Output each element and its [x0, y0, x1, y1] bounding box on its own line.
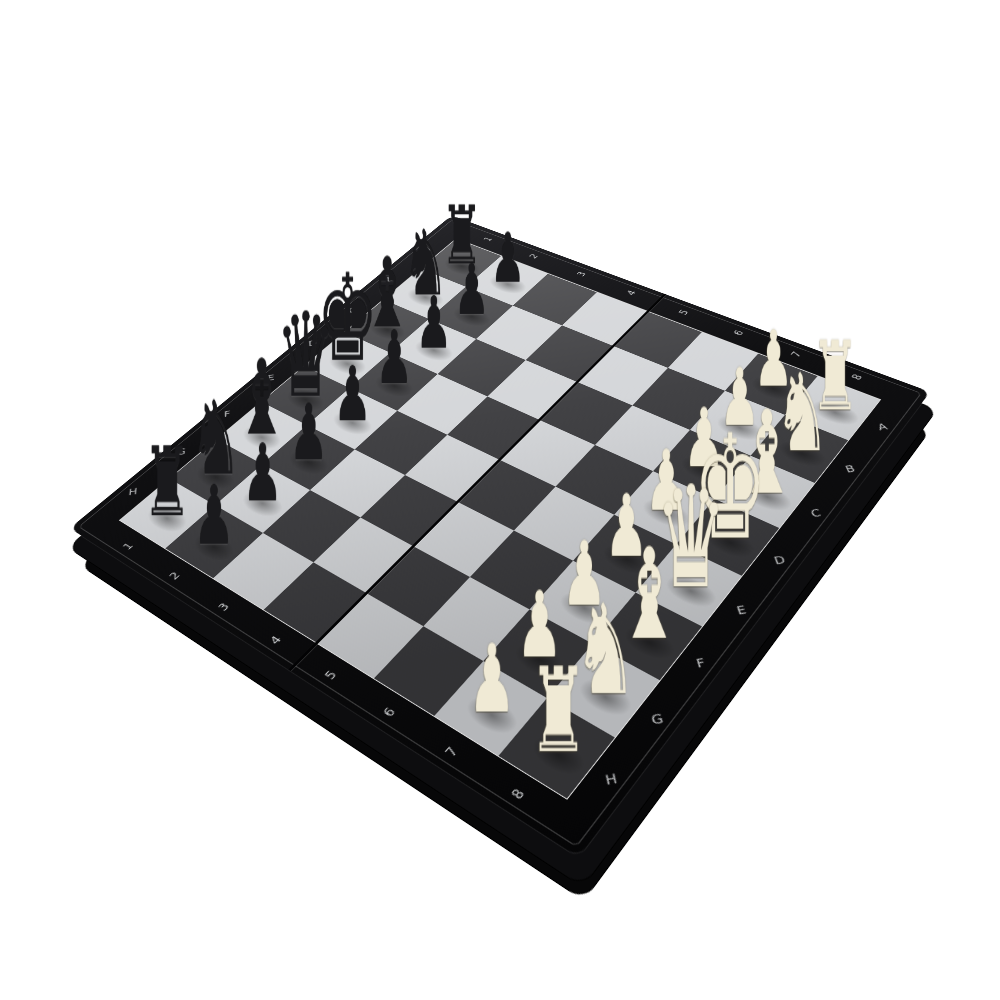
file-label-far-c: C	[348, 307, 356, 315]
file-label-far-h: H	[128, 487, 137, 497]
file-label-far-e: E	[267, 374, 274, 382]
perspective-scene: AA11BB22CC33DD44EE55FF66GG77HH88 ♜♞♝♚♛♝♞…	[148, 108, 853, 813]
file-label-far-b: B	[386, 275, 394, 282]
chess-set-photo: AA11BB22CC33DD44EE55FF66GG77HH88 ♜♞♝♚♛♝♞…	[148, 108, 853, 813]
file-label-far-f: F	[224, 410, 230, 419]
file-label-far-a: A	[423, 246, 431, 253]
chessboard: AA11BB22CC33DD44EE55FF66GG77HH88 ♜♞♝♚♛♝♞…	[70, 215, 930, 857]
file-label-far-d: D	[308, 339, 316, 347]
